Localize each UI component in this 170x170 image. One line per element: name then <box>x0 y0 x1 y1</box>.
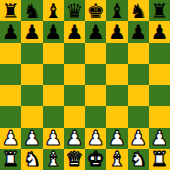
square-b7[interactable]: ♟ <box>21 21 42 42</box>
white-pawn-icon[interactable]: ♟ <box>23 128 41 148</box>
black-pawn-icon[interactable]: ♟ <box>129 21 147 41</box>
square-c8[interactable]: ♝ <box>43 0 64 21</box>
square-a1[interactable]: ♜ <box>0 149 21 170</box>
square-a3[interactable] <box>0 106 21 127</box>
square-b5[interactable] <box>21 64 42 85</box>
white-pawn-icon[interactable]: ♟ <box>44 128 62 148</box>
white-pawn-icon[interactable]: ♟ <box>65 128 83 148</box>
black-pawn-icon[interactable]: ♟ <box>2 21 20 41</box>
square-h5[interactable] <box>149 64 170 85</box>
square-c6[interactable] <box>43 43 64 64</box>
square-e7[interactable]: ♟ <box>85 21 106 42</box>
square-h4[interactable] <box>149 85 170 106</box>
white-rook-icon[interactable]: ♜ <box>150 149 168 169</box>
square-g3[interactable] <box>128 106 149 127</box>
square-a7[interactable]: ♟ <box>0 21 21 42</box>
black-bishop-icon[interactable]: ♝ <box>44 0 62 20</box>
square-e1[interactable]: ♚ <box>85 149 106 170</box>
square-b2[interactable]: ♟ <box>21 128 42 149</box>
black-rook-icon[interactable]: ♜ <box>2 0 20 20</box>
white-bishop-icon[interactable]: ♝ <box>44 149 62 169</box>
black-pawn-icon[interactable]: ♟ <box>108 21 126 41</box>
chess-board: ♜♞♝♛♚♝♞♜♟♟♟♟♟♟♟♟♟♟♟♟♟♟♟♟♜♞♝♛♚♝♞♜ <box>0 0 170 170</box>
square-c3[interactable] <box>43 106 64 127</box>
square-a8[interactable]: ♜ <box>0 0 21 21</box>
square-b4[interactable] <box>21 85 42 106</box>
square-h1[interactable]: ♜ <box>149 149 170 170</box>
white-bishop-icon[interactable]: ♝ <box>108 149 126 169</box>
black-king-icon[interactable]: ♚ <box>87 0 105 20</box>
square-g4[interactable] <box>128 85 149 106</box>
square-d6[interactable] <box>64 43 85 64</box>
square-g1[interactable]: ♞ <box>128 149 149 170</box>
square-d2[interactable]: ♟ <box>64 128 85 149</box>
square-f1[interactable]: ♝ <box>106 149 127 170</box>
white-pawn-icon[interactable]: ♟ <box>129 128 147 148</box>
square-g5[interactable] <box>128 64 149 85</box>
square-h2[interactable]: ♟ <box>149 128 170 149</box>
black-knight-icon[interactable]: ♞ <box>23 0 41 20</box>
square-a6[interactable] <box>0 43 21 64</box>
square-b1[interactable]: ♞ <box>21 149 42 170</box>
square-h6[interactable] <box>149 43 170 64</box>
white-queen-icon[interactable]: ♛ <box>65 149 83 169</box>
black-rook-icon[interactable]: ♜ <box>150 0 168 20</box>
white-knight-icon[interactable]: ♞ <box>23 149 41 169</box>
square-f5[interactable] <box>106 64 127 85</box>
white-pawn-icon[interactable]: ♟ <box>87 128 105 148</box>
square-e8[interactable]: ♚ <box>85 0 106 21</box>
square-g6[interactable] <box>128 43 149 64</box>
square-d7[interactable]: ♟ <box>64 21 85 42</box>
white-pawn-icon[interactable]: ♟ <box>2 128 20 148</box>
square-b6[interactable] <box>21 43 42 64</box>
white-rook-icon[interactable]: ♜ <box>2 149 20 169</box>
white-knight-icon[interactable]: ♞ <box>129 149 147 169</box>
black-knight-icon[interactable]: ♞ <box>129 0 147 20</box>
square-h3[interactable] <box>149 106 170 127</box>
square-e6[interactable] <box>85 43 106 64</box>
square-d3[interactable] <box>64 106 85 127</box>
black-pawn-icon[interactable]: ♟ <box>23 21 41 41</box>
square-a5[interactable] <box>0 64 21 85</box>
square-f7[interactable]: ♟ <box>106 21 127 42</box>
square-f2[interactable]: ♟ <box>106 128 127 149</box>
square-g8[interactable]: ♞ <box>128 0 149 21</box>
square-a4[interactable] <box>0 85 21 106</box>
square-f4[interactable] <box>106 85 127 106</box>
square-a2[interactable]: ♟ <box>0 128 21 149</box>
black-bishop-icon[interactable]: ♝ <box>108 0 126 20</box>
square-c7[interactable]: ♟ <box>43 21 64 42</box>
square-d4[interactable] <box>64 85 85 106</box>
square-f6[interactable] <box>106 43 127 64</box>
square-e4[interactable] <box>85 85 106 106</box>
square-e2[interactable]: ♟ <box>85 128 106 149</box>
square-g2[interactable]: ♟ <box>128 128 149 149</box>
square-d8[interactable]: ♛ <box>64 0 85 21</box>
square-h8[interactable]: ♜ <box>149 0 170 21</box>
square-e3[interactable] <box>85 106 106 127</box>
white-king-icon[interactable]: ♚ <box>87 149 105 169</box>
square-d1[interactable]: ♛ <box>64 149 85 170</box>
black-pawn-icon[interactable]: ♟ <box>44 21 62 41</box>
square-c1[interactable]: ♝ <box>43 149 64 170</box>
black-pawn-icon[interactable]: ♟ <box>65 21 83 41</box>
black-queen-icon[interactable]: ♛ <box>65 0 83 20</box>
square-e5[interactable] <box>85 64 106 85</box>
black-pawn-icon[interactable]: ♟ <box>87 21 105 41</box>
square-g7[interactable]: ♟ <box>128 21 149 42</box>
white-pawn-icon[interactable]: ♟ <box>150 128 168 148</box>
white-pawn-icon[interactable]: ♟ <box>108 128 126 148</box>
square-b3[interactable] <box>21 106 42 127</box>
square-c2[interactable]: ♟ <box>43 128 64 149</box>
square-f8[interactable]: ♝ <box>106 0 127 21</box>
square-d5[interactable] <box>64 64 85 85</box>
square-f3[interactable] <box>106 106 127 127</box>
square-c5[interactable] <box>43 64 64 85</box>
square-b8[interactable]: ♞ <box>21 0 42 21</box>
square-h7[interactable]: ♟ <box>149 21 170 42</box>
square-c4[interactable] <box>43 85 64 106</box>
black-pawn-icon[interactable]: ♟ <box>150 21 168 41</box>
